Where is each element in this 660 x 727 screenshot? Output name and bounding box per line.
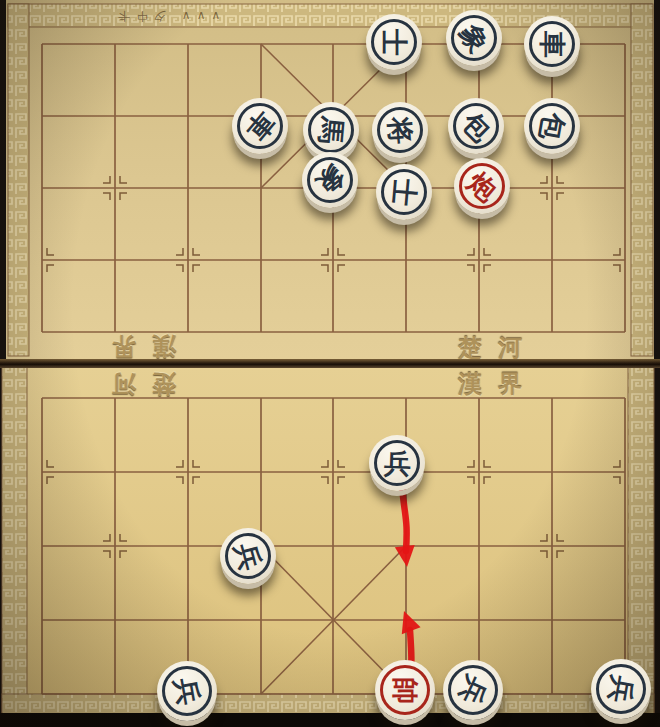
piece-character: 兵 bbox=[605, 673, 636, 704]
bottom-dark-edge bbox=[0, 713, 660, 727]
piece-character: 車 bbox=[241, 107, 279, 145]
piece-black-chariot-1[interactable]: 車 bbox=[524, 16, 580, 72]
piece-ring: 炮 bbox=[459, 163, 505, 209]
piece-character: 士 bbox=[381, 29, 408, 56]
xiangqi-photo-scene: 漢界 楚河 楚河 漢界 ∨∨∨ 夕中卡 士象車車馬将包包象士炮兵兵兵帥兵兵 bbox=[0, 0, 660, 727]
piece-red-soldier-1[interactable]: 兵 bbox=[369, 435, 425, 491]
piece-ring: 包 bbox=[529, 103, 575, 149]
piece-black-general[interactable]: 将 bbox=[372, 102, 428, 158]
piece-character: 炮 bbox=[463, 167, 501, 205]
piece-black-horse[interactable]: 馬 bbox=[303, 102, 359, 158]
piece-character: 将 bbox=[385, 115, 414, 144]
piece-character: 帥 bbox=[392, 677, 419, 704]
piece-ring: 兵 bbox=[162, 666, 212, 716]
piece-character: 兵 bbox=[231, 539, 264, 572]
piece-ring: 兵 bbox=[448, 665, 498, 715]
piece-ring: 兵 bbox=[596, 664, 646, 714]
piece-character: 士 bbox=[389, 177, 418, 206]
piece-red-cannon[interactable]: 炮 bbox=[454, 158, 510, 214]
piece-ring: 車 bbox=[237, 103, 283, 149]
piece-black-cannon-2[interactable]: 包 bbox=[524, 98, 580, 154]
piece-red-soldier-5[interactable]: 兵 bbox=[591, 659, 651, 719]
piece-red-soldier-4[interactable]: 兵 bbox=[443, 660, 503, 720]
piece-black-elephant-1[interactable]: 象 bbox=[446, 10, 502, 66]
piece-red-general[interactable]: 帥 bbox=[375, 660, 435, 720]
piece-ring: 車 bbox=[529, 21, 575, 67]
piece-character: 包 bbox=[457, 107, 495, 145]
piece-black-advisor-2[interactable]: 士 bbox=[376, 164, 432, 220]
piece-ring: 象 bbox=[307, 157, 353, 203]
piece-black-cannon-1[interactable]: 包 bbox=[448, 98, 504, 154]
piece-ring: 兵 bbox=[374, 440, 420, 486]
piece-black-advisor-1[interactable]: 士 bbox=[366, 14, 422, 70]
piece-ring: 将 bbox=[377, 107, 423, 153]
piece-character: 象 bbox=[456, 20, 493, 57]
piece-black-elephant-2[interactable]: 象 bbox=[302, 152, 358, 208]
pieces-layer: 士象車車馬将包包象士炮兵兵兵帥兵兵 bbox=[0, 0, 660, 727]
piece-black-chariot-2[interactable]: 車 bbox=[232, 98, 288, 154]
piece-ring: 兵 bbox=[225, 533, 271, 579]
piece-character: 車 bbox=[539, 31, 566, 58]
piece-character: 兵 bbox=[455, 672, 491, 708]
piece-character: 包 bbox=[536, 110, 567, 141]
piece-ring: 帥 bbox=[380, 665, 430, 715]
piece-red-soldier-3[interactable]: 兵 bbox=[157, 661, 217, 721]
piece-ring: 馬 bbox=[308, 107, 354, 153]
piece-red-soldier-2[interactable]: 兵 bbox=[220, 528, 276, 584]
piece-character: 兵 bbox=[383, 449, 411, 477]
piece-ring: 士 bbox=[381, 169, 427, 215]
piece-character: 兵 bbox=[171, 675, 202, 706]
piece-ring: 包 bbox=[453, 103, 499, 149]
piece-ring: 士 bbox=[371, 19, 417, 65]
piece-character: 象 bbox=[311, 161, 349, 199]
piece-character: 馬 bbox=[316, 115, 345, 144]
piece-ring: 象 bbox=[451, 15, 497, 61]
